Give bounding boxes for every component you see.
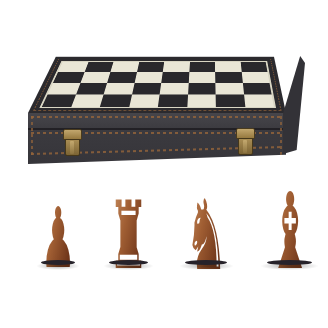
board-square <box>242 83 271 95</box>
front-stitch-top <box>31 116 283 118</box>
board-outline <box>39 61 276 108</box>
checkerboard <box>42 62 274 107</box>
latch-left <box>63 129 82 156</box>
board-square <box>161 72 189 83</box>
pawn-glyph: ♟ <box>41 197 77 281</box>
board-square <box>137 62 165 72</box>
board-square <box>160 83 189 95</box>
board-square <box>215 62 241 72</box>
board-square <box>158 94 188 106</box>
board-square <box>134 72 163 83</box>
board-square <box>188 83 216 95</box>
board-square <box>188 72 215 83</box>
board-square <box>215 72 242 83</box>
board-square <box>215 83 243 95</box>
chess-box <box>0 0 328 180</box>
piece-knight: ♞ <box>166 194 247 266</box>
board-square <box>189 62 215 72</box>
board-square <box>216 94 245 106</box>
board-square <box>129 94 160 106</box>
box-lid-top <box>28 57 286 113</box>
front-stitch-left <box>31 116 33 156</box>
board-square <box>104 83 135 95</box>
product-photo: ♟ ♜ ♞ ♝ ♛ ♚ <box>0 0 328 328</box>
board-square <box>244 94 274 106</box>
piece-bishop: ♝ <box>247 189 328 266</box>
board-square <box>110 62 138 72</box>
box-right-face <box>283 56 305 157</box>
latch-right <box>236 128 255 155</box>
rook-glyph: ♜ <box>108 189 149 283</box>
side-stitching <box>283 56 305 157</box>
box-front-face <box>28 113 286 164</box>
piece-pawn: ♟ <box>26 208 91 266</box>
board-square <box>76 83 108 95</box>
board-square <box>84 62 113 72</box>
board-square <box>132 83 162 95</box>
board-square <box>71 94 104 106</box>
board-square <box>100 94 132 106</box>
chess-pieces-row: ♟ ♜ ♞ ♝ ♛ ♚ <box>26 175 300 266</box>
knight-glyph: ♞ <box>184 187 228 284</box>
board-square <box>241 72 269 83</box>
piece-rook: ♜ <box>91 199 166 266</box>
board-square <box>80 72 110 83</box>
front-stitch-right <box>280 116 282 156</box>
board-square <box>187 94 216 106</box>
board-square <box>240 62 267 72</box>
latch-ridge <box>70 141 74 154</box>
latch-ridge <box>243 140 247 153</box>
board-square <box>107 72 136 83</box>
bishop-glyph: ♝ <box>267 180 313 286</box>
board-square <box>163 62 190 72</box>
